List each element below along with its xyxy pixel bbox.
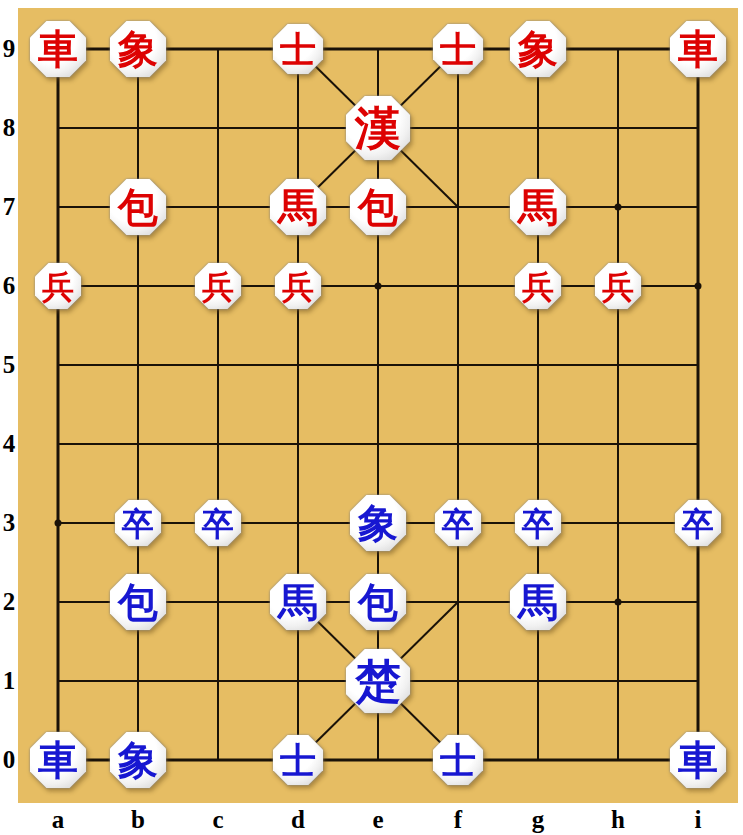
piece-glyph: 象 xyxy=(518,30,558,70)
piece-octagon: 車 xyxy=(670,21,726,77)
piece-glyph: 包 xyxy=(358,188,398,228)
file-label: c xyxy=(202,806,234,834)
file-label: i xyxy=(682,806,714,834)
piece-octagon: 楚 xyxy=(346,649,410,713)
piece-octagon: 象 xyxy=(110,732,166,788)
piece-glyph: 馬 xyxy=(518,583,558,623)
janggi-board-screenshot: 車象士士象車漢包馬包馬兵兵兵兵兵卒卒象卒卒卒包馬包馬楚車象士士車 9876543… xyxy=(0,0,743,835)
piece-octagon: 卒 xyxy=(675,500,721,546)
piece-red-pawn[interactable]: 兵 xyxy=(595,263,641,309)
piece-octagon: 兵 xyxy=(35,263,81,309)
piece-octagon: 包 xyxy=(110,179,166,235)
piece-glyph: 馬 xyxy=(518,188,558,228)
piece-glyph: 楚 xyxy=(355,659,401,705)
piece-red-cannon[interactable]: 包 xyxy=(350,179,406,235)
piece-blue-elephant[interactable]: 象 xyxy=(110,732,166,788)
piece-red-pawn[interactable]: 兵 xyxy=(275,263,321,309)
piece-octagon: 兵 xyxy=(515,263,561,309)
rank-label: 0 xyxy=(0,747,18,773)
piece-octagon: 卒 xyxy=(435,500,481,546)
file-label: f xyxy=(442,806,474,834)
piece-glyph: 卒 xyxy=(202,508,234,540)
piece-red-king[interactable]: 漢 xyxy=(346,96,410,160)
piece-octagon: 兵 xyxy=(595,263,641,309)
piece-glyph: 兵 xyxy=(282,271,314,303)
piece-glyph: 卒 xyxy=(442,508,474,540)
piece-red-chariot[interactable]: 車 xyxy=(30,21,86,77)
point-marker xyxy=(375,283,382,290)
piece-octagon: 卒 xyxy=(515,500,561,546)
piece-octagon: 兵 xyxy=(195,263,241,309)
piece-octagon: 卒 xyxy=(115,500,161,546)
piece-blue-cannon[interactable]: 包 xyxy=(110,574,166,630)
piece-blue-pawn[interactable]: 卒 xyxy=(675,500,721,546)
rank-label: 9 xyxy=(0,36,18,62)
piece-blue-chariot[interactable]: 車 xyxy=(30,732,86,788)
piece-glyph: 象 xyxy=(118,30,158,70)
piece-glyph: 士 xyxy=(440,32,476,68)
piece-octagon: 士 xyxy=(433,735,483,785)
piece-red-advisor[interactable]: 士 xyxy=(433,24,483,74)
file-label: e xyxy=(362,806,394,834)
point-marker xyxy=(695,283,702,290)
piece-red-pawn[interactable]: 兵 xyxy=(195,263,241,309)
file-label: g xyxy=(522,806,554,834)
piece-octagon: 士 xyxy=(433,24,483,74)
piece-glyph: 兵 xyxy=(522,271,554,303)
piece-octagon: 包 xyxy=(350,574,406,630)
piece-octagon: 士 xyxy=(273,24,323,74)
piece-octagon: 馬 xyxy=(510,179,566,235)
piece-octagon: 車 xyxy=(30,732,86,788)
piece-octagon: 馬 xyxy=(510,574,566,630)
piece-blue-king[interactable]: 楚 xyxy=(346,649,410,713)
piece-glyph: 車 xyxy=(38,741,78,781)
piece-blue-horse[interactable]: 馬 xyxy=(510,574,566,630)
piece-octagon: 包 xyxy=(110,574,166,630)
piece-red-pawn[interactable]: 兵 xyxy=(515,263,561,309)
piece-octagon: 漢 xyxy=(346,96,410,160)
piece-blue-pawn[interactable]: 卒 xyxy=(195,500,241,546)
piece-glyph: 包 xyxy=(118,583,158,623)
point-marker xyxy=(615,204,622,211)
piece-red-advisor[interactable]: 士 xyxy=(273,24,323,74)
piece-glyph: 車 xyxy=(678,30,718,70)
piece-blue-advisor[interactable]: 士 xyxy=(273,735,323,785)
file-label: a xyxy=(42,806,74,834)
rank-label: 3 xyxy=(0,510,18,536)
piece-octagon: 象 xyxy=(350,495,406,551)
rank-label: 1 xyxy=(0,668,18,694)
piece-glyph: 士 xyxy=(280,743,316,779)
piece-red-horse[interactable]: 馬 xyxy=(510,179,566,235)
rank-label: 7 xyxy=(0,194,18,220)
piece-octagon: 車 xyxy=(670,732,726,788)
piece-glyph: 漢 xyxy=(355,106,401,152)
piece-red-horse[interactable]: 馬 xyxy=(270,179,326,235)
file-label: h xyxy=(602,806,634,834)
piece-red-cannon[interactable]: 包 xyxy=(110,179,166,235)
piece-blue-chariot[interactable]: 車 xyxy=(670,732,726,788)
piece-blue-horse[interactable]: 馬 xyxy=(270,574,326,630)
point-marker xyxy=(55,520,62,527)
piece-octagon: 包 xyxy=(350,179,406,235)
piece-octagon: 馬 xyxy=(270,574,326,630)
piece-blue-pawn[interactable]: 卒 xyxy=(115,500,161,546)
piece-glyph: 包 xyxy=(118,188,158,228)
piece-octagon: 馬 xyxy=(270,179,326,235)
piece-octagon: 象 xyxy=(110,21,166,77)
piece-blue-elephant[interactable]: 象 xyxy=(350,495,406,551)
piece-blue-advisor[interactable]: 士 xyxy=(433,735,483,785)
piece-red-pawn[interactable]: 兵 xyxy=(35,263,81,309)
piece-red-elephant[interactable]: 象 xyxy=(510,21,566,77)
rank-label: 8 xyxy=(0,115,18,141)
piece-octagon: 卒 xyxy=(195,500,241,546)
piece-glyph: 包 xyxy=(358,583,398,623)
piece-glyph: 兵 xyxy=(42,271,74,303)
rank-label: 4 xyxy=(0,431,18,457)
piece-red-chariot[interactable]: 車 xyxy=(670,21,726,77)
piece-octagon: 士 xyxy=(273,735,323,785)
piece-glyph: 象 xyxy=(358,504,398,544)
piece-blue-cannon[interactable]: 包 xyxy=(350,574,406,630)
piece-octagon: 車 xyxy=(30,21,86,77)
piece-glyph: 卒 xyxy=(522,508,554,540)
piece-octagon: 象 xyxy=(510,21,566,77)
file-label: d xyxy=(282,806,314,834)
piece-red-elephant[interactable]: 象 xyxy=(110,21,166,77)
piece-glyph: 卒 xyxy=(682,508,714,540)
piece-glyph: 兵 xyxy=(602,271,634,303)
piece-glyph: 士 xyxy=(440,743,476,779)
piece-glyph: 象 xyxy=(118,741,158,781)
piece-glyph: 兵 xyxy=(202,271,234,303)
rank-label: 6 xyxy=(0,273,18,299)
piece-glyph: 馬 xyxy=(278,188,318,228)
piece-octagon: 兵 xyxy=(275,263,321,309)
file-label: b xyxy=(122,806,154,834)
piece-glyph: 車 xyxy=(38,30,78,70)
piece-blue-pawn[interactable]: 卒 xyxy=(515,500,561,546)
rank-label: 2 xyxy=(0,589,18,615)
piece-glyph: 卒 xyxy=(122,508,154,540)
piece-glyph: 馬 xyxy=(278,583,318,623)
piece-glyph: 車 xyxy=(678,741,718,781)
piece-glyph: 士 xyxy=(280,32,316,68)
board: 車象士士象車漢包馬包馬兵兵兵兵兵卒卒象卒卒卒包馬包馬楚車象士士車 xyxy=(18,8,738,803)
piece-blue-pawn[interactable]: 卒 xyxy=(435,500,481,546)
rank-label: 5 xyxy=(0,352,18,378)
point-marker xyxy=(615,599,622,606)
